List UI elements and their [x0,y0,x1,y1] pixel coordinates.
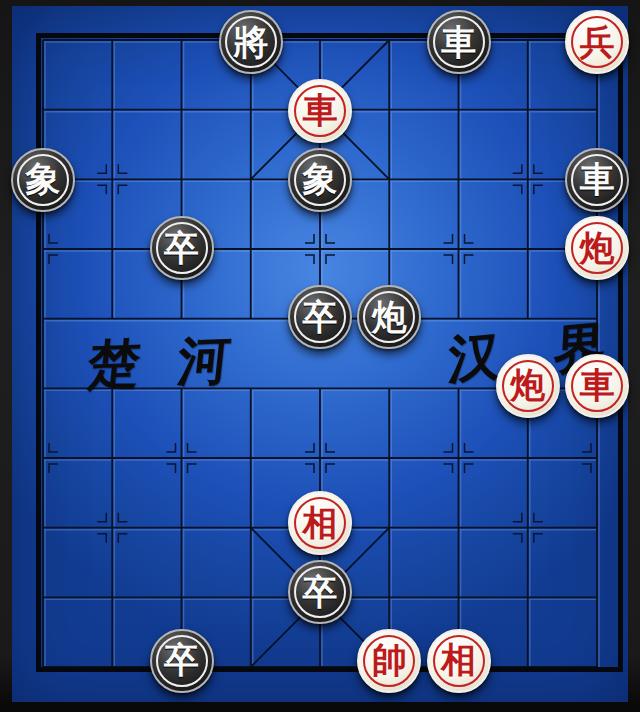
piece-black-elephant[interactable]: 象 [288,148,352,212]
piece-red-cannon[interactable]: 炮 [496,354,560,418]
piece-glyph: 炮 [372,300,407,335]
piece-glyph: 兵 [580,25,615,60]
piece-red-soldier[interactable]: 兵 [565,10,629,74]
piece-black-chariot[interactable]: 車 [427,10,491,74]
piece-glyph: 車 [303,93,338,128]
piece-black-soldier[interactable]: 卒 [150,629,214,693]
piece-black-soldier[interactable]: 卒 [288,560,352,624]
piece-black-general[interactable]: 將 [219,10,283,74]
piece-black-cannon[interactable]: 炮 [357,285,421,349]
xiangqi-game-screen: 楚 河 汉 界 將車兵車象象車卒炮卒炮炮車相卒卒帥相 [0,0,640,712]
piece-glyph: 炮 [580,231,615,266]
piece-glyph: 車 [580,368,615,403]
piece-red-chariot[interactable]: 車 [288,79,352,143]
piece-red-elephant[interactable]: 相 [288,491,352,555]
piece-black-elephant[interactable]: 象 [11,148,75,212]
piece-glyph: 象 [303,162,338,197]
piece-glyph: 將 [233,25,268,60]
piece-glyph: 車 [441,25,476,60]
piece-glyph: 車 [580,162,615,197]
piece-glyph: 卒 [303,300,338,335]
piece-black-chariot[interactable]: 車 [565,148,629,212]
river-label-left: 楚 河 [85,329,243,394]
piece-glyph: 卒 [164,231,199,266]
piece-red-chariot[interactable]: 車 [565,354,629,418]
piece-black-soldier[interactable]: 卒 [288,285,352,349]
xiangqi-board[interactable]: 楚 河 汉 界 將車兵車象象車卒炮卒炮炮車相卒卒帥相 [12,6,628,702]
piece-red-general[interactable]: 帥 [357,629,421,693]
frame-bottom-strip [0,702,640,712]
piece-glyph: 相 [303,506,338,541]
piece-glyph: 炮 [510,368,545,403]
piece-glyph: 相 [441,643,476,678]
piece-red-elephant[interactable]: 相 [427,629,491,693]
piece-glyph: 象 [26,162,61,197]
piece-glyph: 卒 [303,575,338,610]
piece-glyph: 卒 [164,643,199,678]
piece-red-cannon[interactable]: 炮 [565,216,629,280]
piece-glyph: 帥 [372,643,407,678]
piece-black-soldier[interactable]: 卒 [150,216,214,280]
